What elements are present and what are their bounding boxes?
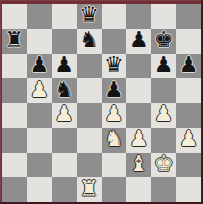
- square-c6[interactable]: ♟: [52, 54, 77, 79]
- square-a4[interactable]: [2, 103, 27, 128]
- square-a1[interactable]: [2, 177, 27, 202]
- square-g5[interactable]: [151, 78, 176, 103]
- square-g6[interactable]: ♟: [151, 54, 176, 79]
- black-king: ♚: [154, 29, 174, 51]
- square-e4[interactable]: ♟: [102, 103, 127, 128]
- square-g4[interactable]: ♟: [151, 103, 176, 128]
- square-e1[interactable]: [102, 177, 127, 202]
- white-pawn: ♟: [54, 103, 74, 125]
- white-pawn: ♟: [179, 128, 199, 150]
- square-c5[interactable]: ♞: [52, 78, 77, 103]
- square-d4[interactable]: [77, 103, 102, 128]
- square-g3[interactable]: [151, 128, 176, 153]
- square-e3[interactable]: ♞: [102, 128, 127, 153]
- square-f4[interactable]: [126, 103, 151, 128]
- square-f5[interactable]: [126, 78, 151, 103]
- square-c7[interactable]: [52, 29, 77, 54]
- white-bishop: ♝: [129, 153, 149, 175]
- black-knight: ♞: [54, 79, 74, 101]
- chess-diagram: ♛♜♞♟♚♟♟♛♟♟♟♞♟♟♟♟♞♟♟♝♚♜: [0, 0, 203, 204]
- square-f7[interactable]: ♟: [126, 29, 151, 54]
- square-c3[interactable]: [52, 128, 77, 153]
- square-b7[interactable]: [27, 29, 52, 54]
- square-h2[interactable]: [176, 153, 201, 178]
- square-d5[interactable]: [77, 78, 102, 103]
- square-h8[interactable]: [176, 4, 201, 29]
- black-pawn: ♟: [179, 54, 199, 76]
- square-g1[interactable]: [151, 177, 176, 202]
- black-queen: ♛: [104, 54, 124, 76]
- square-d8[interactable]: ♛: [77, 4, 102, 29]
- white-knight: ♞: [104, 128, 124, 150]
- square-h4[interactable]: [176, 103, 201, 128]
- square-h1[interactable]: [176, 177, 201, 202]
- square-g7[interactable]: ♚: [151, 29, 176, 54]
- black-pawn: ♟: [129, 29, 149, 51]
- square-e6[interactable]: ♛: [102, 54, 127, 79]
- square-f2[interactable]: ♝: [126, 153, 151, 178]
- square-b5[interactable]: ♟: [27, 78, 52, 103]
- square-a6[interactable]: [2, 54, 27, 79]
- square-d6[interactable]: [77, 54, 102, 79]
- black-pawn: ♟: [104, 79, 124, 101]
- square-a3[interactable]: [2, 128, 27, 153]
- black-knight: ♞: [79, 29, 99, 51]
- square-h5[interactable]: [176, 78, 201, 103]
- square-f6[interactable]: [126, 54, 151, 79]
- square-c1[interactable]: [52, 177, 77, 202]
- square-d7[interactable]: ♞: [77, 29, 102, 54]
- square-a5[interactable]: [2, 78, 27, 103]
- square-b4[interactable]: [27, 103, 52, 128]
- square-h7[interactable]: [176, 29, 201, 54]
- square-e5[interactable]: ♟: [102, 78, 127, 103]
- square-c8[interactable]: [52, 4, 77, 29]
- square-f8[interactable]: [126, 4, 151, 29]
- square-b2[interactable]: [27, 153, 52, 178]
- black-pawn: ♟: [54, 54, 74, 76]
- square-c2[interactable]: [52, 153, 77, 178]
- square-h6[interactable]: ♟: [176, 54, 201, 79]
- square-d3[interactable]: [77, 128, 102, 153]
- black-queen: ♛: [79, 4, 99, 26]
- square-d1[interactable]: ♜: [77, 177, 102, 202]
- square-e2[interactable]: [102, 153, 127, 178]
- square-b6[interactable]: ♟: [27, 54, 52, 79]
- square-a2[interactable]: [2, 153, 27, 178]
- square-f1[interactable]: [126, 177, 151, 202]
- white-rook: ♜: [79, 178, 99, 200]
- square-a7[interactable]: ♜: [2, 29, 27, 54]
- square-d2[interactable]: [77, 153, 102, 178]
- square-f3[interactable]: ♟: [126, 128, 151, 153]
- black-rook: ♜: [5, 29, 25, 51]
- square-e7[interactable]: [102, 29, 127, 54]
- square-g2[interactable]: ♚: [151, 153, 176, 178]
- square-a8[interactable]: [2, 4, 27, 29]
- white-pawn: ♟: [104, 103, 124, 125]
- square-b8[interactable]: [27, 4, 52, 29]
- square-b3[interactable]: [27, 128, 52, 153]
- square-e8[interactable]: [102, 4, 127, 29]
- white-pawn: ♟: [129, 128, 149, 150]
- white-pawn: ♟: [154, 103, 174, 125]
- square-g8[interactable]: [151, 4, 176, 29]
- black-pawn: ♟: [29, 54, 49, 76]
- square-b1[interactable]: [27, 177, 52, 202]
- white-king: ♚: [154, 153, 174, 175]
- square-c4[interactable]: ♟: [52, 103, 77, 128]
- black-pawn: ♟: [154, 54, 174, 76]
- chess-board: ♛♜♞♟♚♟♟♛♟♟♟♞♟♟♟♟♞♟♟♝♚♜: [2, 4, 201, 202]
- square-h3[interactable]: ♟: [176, 128, 201, 153]
- white-pawn: ♟: [29, 79, 49, 101]
